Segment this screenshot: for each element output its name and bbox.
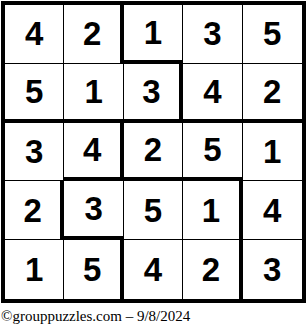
cell-r1c2: 2	[64, 5, 123, 64]
cell-r3c3: 2	[124, 123, 183, 182]
cell-r4c2: 3	[64, 181, 123, 240]
cell-r2c4: 4	[183, 64, 242, 123]
cell-r3c2: 4	[64, 123, 123, 182]
cell-r4c4: 1	[183, 181, 242, 240]
cell-r2c3: 3	[124, 64, 183, 123]
cell-r3c1: 3	[5, 123, 64, 182]
cell-r3c5: 1	[243, 123, 302, 182]
board: 4213551342342512351415423	[1, 1, 306, 303]
cell-r2c5: 2	[243, 64, 302, 123]
cell-r5c1: 1	[5, 240, 64, 299]
copyright-credit: ©grouppuzzles.com – 9/8/2024	[1, 308, 190, 325]
cell-r4c1: 2	[5, 181, 64, 240]
cell-r1c3: 1	[124, 5, 183, 64]
cell-r1c4: 3	[183, 5, 242, 64]
cell-r5c4: 2	[183, 240, 242, 299]
cell-r5c5: 3	[243, 240, 302, 299]
cell-r2c1: 5	[5, 64, 64, 123]
cell-r3c4: 5	[183, 123, 242, 182]
cell-r2c2: 1	[64, 64, 123, 123]
cell-r1c1: 4	[5, 5, 64, 64]
page: 4213551342342512351415423 ©grouppuzzles.…	[0, 0, 308, 329]
cell-r4c5: 4	[243, 181, 302, 240]
cell-r5c2: 5	[64, 240, 123, 299]
cell-r4c3: 5	[124, 181, 183, 240]
cell-r5c3: 4	[124, 240, 183, 299]
cell-r1c5: 5	[243, 5, 302, 64]
